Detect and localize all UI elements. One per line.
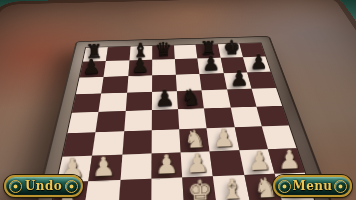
square-e2[interactable]: ♟ — [181, 151, 213, 177]
square-a5[interactable] — [72, 93, 101, 112]
undo-button-label: Undo — [22, 179, 65, 193]
piece-black-pawn-c7[interactable]: ♟ — [119, 54, 160, 76]
table-surface: ♜♝♛♜♚♟♟♟♟♟♟♞♞♟♟♟♟♟♟♟♜♚♝♞♜ — [0, 0, 356, 200]
menu-button[interactable]: Menu — [273, 175, 352, 197]
piece-white-pawn-b2[interactable]: ♟ — [77, 152, 130, 181]
gem-icon — [9, 180, 22, 193]
scene-3d: ♜♝♛♜♚♟♟♟♟♟♟♞♞♟♟♟♟♟♟♟♜♚♝♞♜ — [0, 0, 356, 200]
piece-black-pawn-a7[interactable]: ♟ — [71, 55, 112, 77]
square-h5[interactable] — [251, 88, 282, 107]
square-a4[interactable] — [68, 112, 99, 134]
gem-icon — [278, 180, 291, 193]
square-c4[interactable] — [124, 110, 152, 131]
square-c1[interactable] — [118, 178, 151, 200]
piece-white-pawn-e2[interactable]: ♟ — [171, 149, 223, 178]
gem-icon — [334, 180, 347, 193]
square-a6[interactable] — [76, 77, 104, 95]
square-g6[interactable]: ♟ — [223, 72, 251, 89]
square-b2[interactable]: ♟ — [89, 154, 122, 181]
piece-black-pawn-g6[interactable]: ♟ — [218, 67, 260, 90]
square-e5[interactable]: ♞ — [177, 90, 204, 109]
square-c7[interactable]: ♟ — [128, 60, 152, 76]
square-b6[interactable] — [101, 76, 128, 94]
square-b4[interactable] — [96, 111, 126, 132]
board-grid: ♜♝♛♜♚♟♟♟♟♟♟♞♞♟♟♟♟♟♟♟♜♚♝♞♜ — [49, 42, 315, 200]
square-b5[interactable] — [99, 93, 127, 112]
menu-button-label: Menu — [291, 179, 334, 193]
gem-icon — [65, 180, 78, 193]
square-a7[interactable]: ♟ — [80, 61, 106, 77]
square-h4[interactable] — [256, 106, 289, 127]
square-h2[interactable]: ♟ — [268, 148, 305, 174]
chess-app-screen: ♜♝♛♜♚♟♟♟♟♟♟♞♞♟♟♟♟♟♟♟♜♚♝♞♜ Undo Menu — [0, 0, 356, 200]
undo-button[interactable]: Undo — [4, 175, 83, 197]
